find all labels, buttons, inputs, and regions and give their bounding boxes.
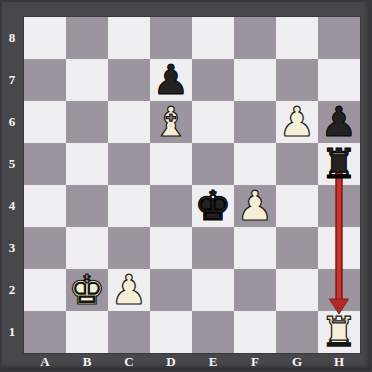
square-h7[interactable] [318,59,360,101]
piece-white-bishop-d6[interactable]: ♝ [150,101,192,143]
square-f1[interactable] [234,311,276,353]
square-e1[interactable] [192,311,234,353]
rank-label-3: 3 [0,227,24,269]
square-f3[interactable] [234,227,276,269]
square-f7[interactable] [234,59,276,101]
piece-white-pawn-g6[interactable]: ♟ [276,101,318,143]
square-d4[interactable] [150,185,192,227]
square-g3[interactable] [276,227,318,269]
square-b5[interactable] [66,143,108,185]
file-labels: ABCDEFGH [24,353,360,372]
file-label-g: G [276,353,318,372]
file-label-c: C [108,353,150,372]
square-e2[interactable] [192,269,234,311]
square-c8[interactable] [108,17,150,59]
piece-white-pawn-c2[interactable]: ♟ [108,269,150,311]
square-g2[interactable] [276,269,318,311]
square-g7[interactable] [276,59,318,101]
rank-label-1: 1 [0,311,24,353]
piece-white-pawn-f4[interactable]: ♟ [234,185,276,227]
square-e5[interactable] [192,143,234,185]
square-b1[interactable] [66,311,108,353]
square-h3[interactable] [318,227,360,269]
square-a3[interactable] [24,227,66,269]
rank-labels: 87654321 [0,17,24,353]
rank-label-5: 5 [0,143,24,185]
piece-black-king-e4[interactable]: ♚ [192,185,234,227]
square-f5[interactable] [234,143,276,185]
file-label-f: F [234,353,276,372]
rank-label-7: 7 [0,59,24,101]
square-a8[interactable] [24,17,66,59]
square-d1[interactable] [150,311,192,353]
square-b6[interactable] [66,101,108,143]
rank-label-8: 8 [0,17,24,59]
square-c4[interactable] [108,185,150,227]
file-label-b: B [66,353,108,372]
square-b4[interactable] [66,185,108,227]
piece-black-rook-h5[interactable]: ♜ [318,143,360,185]
square-b8[interactable] [66,17,108,59]
square-c1[interactable] [108,311,150,353]
square-d5[interactable] [150,143,192,185]
square-a5[interactable] [24,143,66,185]
file-label-d: D [150,353,192,372]
square-h4[interactable] [318,185,360,227]
piece-black-pawn-h6[interactable]: ♟ [318,101,360,143]
square-d8[interactable] [150,17,192,59]
square-a7[interactable] [24,59,66,101]
square-g1[interactable] [276,311,318,353]
rank-label-6: 6 [0,101,24,143]
square-c7[interactable] [108,59,150,101]
square-d3[interactable] [150,227,192,269]
piece-black-pawn-d7[interactable]: ♟ [150,59,192,101]
square-c6[interactable] [108,101,150,143]
file-label-a: A [24,353,66,372]
square-b3[interactable] [66,227,108,269]
square-f2[interactable] [234,269,276,311]
square-h8[interactable] [318,17,360,59]
rank-label-2: 2 [0,269,24,311]
square-g5[interactable] [276,143,318,185]
square-e7[interactable] [192,59,234,101]
square-d2[interactable] [150,269,192,311]
piece-white-rook-h1[interactable]: ♜ [318,311,360,353]
file-label-e: E [192,353,234,372]
rank-label-4: 4 [0,185,24,227]
piece-white-king-b2[interactable]: ♚ [66,269,108,311]
square-f8[interactable] [234,17,276,59]
square-a4[interactable] [24,185,66,227]
square-g4[interactable] [276,185,318,227]
square-c5[interactable] [108,143,150,185]
square-h2[interactable] [318,269,360,311]
square-e8[interactable] [192,17,234,59]
square-a1[interactable] [24,311,66,353]
square-a2[interactable] [24,269,66,311]
chess-diagram: 87654321 ABCDEFGH ♟♝♟♟♜♚♟♚♟♜ [0,0,372,372]
square-g8[interactable] [276,17,318,59]
square-a6[interactable] [24,101,66,143]
square-e3[interactable] [192,227,234,269]
square-b7[interactable] [66,59,108,101]
square-f6[interactable] [234,101,276,143]
square-e6[interactable] [192,101,234,143]
square-c3[interactable] [108,227,150,269]
